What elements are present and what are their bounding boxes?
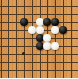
- go-board[interactable]: [0, 0, 78, 78]
- stone-black[interactable]: [36, 34, 44, 42]
- grid-line-vertical: [16, 0, 17, 78]
- stone-white[interactable]: [36, 26, 44, 34]
- grid-line-horizontal: [0, 6, 78, 7]
- stone-white[interactable]: [43, 42, 51, 50]
- stone-black[interactable]: [51, 18, 59, 26]
- stone-black[interactable]: [59, 26, 67, 34]
- stone-white[interactable]: [28, 26, 36, 34]
- grid-line-vertical: [55, 0, 56, 78]
- stone-white[interactable]: [43, 34, 51, 42]
- grid-line-vertical: [32, 0, 33, 78]
- stone-white[interactable]: [51, 26, 59, 34]
- grid-line-horizontal: [0, 54, 78, 55]
- grid-line-vertical: [24, 0, 25, 78]
- star-point: [22, 52, 25, 55]
- grid-line-horizontal: [0, 70, 78, 71]
- grid-line-vertical: [1, 0, 2, 78]
- stone-white[interactable]: [36, 18, 44, 26]
- grid-line-vertical: [71, 0, 72, 78]
- grid-line-horizontal: [0, 78, 78, 79]
- grid-line-horizontal: [0, 14, 78, 15]
- stone-white[interactable]: [51, 42, 59, 50]
- grid-line-horizontal: [0, 62, 78, 63]
- grid-line-vertical: [8, 0, 9, 78]
- stone-black[interactable]: [36, 42, 44, 50]
- stone-black[interactable]: [43, 18, 51, 26]
- grid-line-vertical: [63, 0, 64, 78]
- stone-black[interactable]: [20, 18, 28, 26]
